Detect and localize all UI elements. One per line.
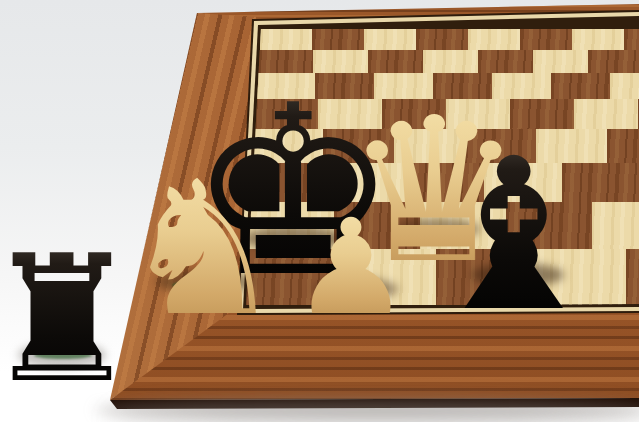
piece-white-knight-offboard[interactable]: ♞ [120, 157, 286, 342]
piece-black-bishop-d1[interactable]: ♝ [420, 131, 608, 341]
piece-black-rook-offboard[interactable]: ♜ [0, 232, 140, 407]
piece-white-pawn-b1[interactable]: ♟ [292, 201, 410, 333]
pieces-overlay: ♜♞♚♟♛♝ [0, 0, 639, 422]
scene: ♜♞♚♟♛♝ [0, 0, 639, 422]
